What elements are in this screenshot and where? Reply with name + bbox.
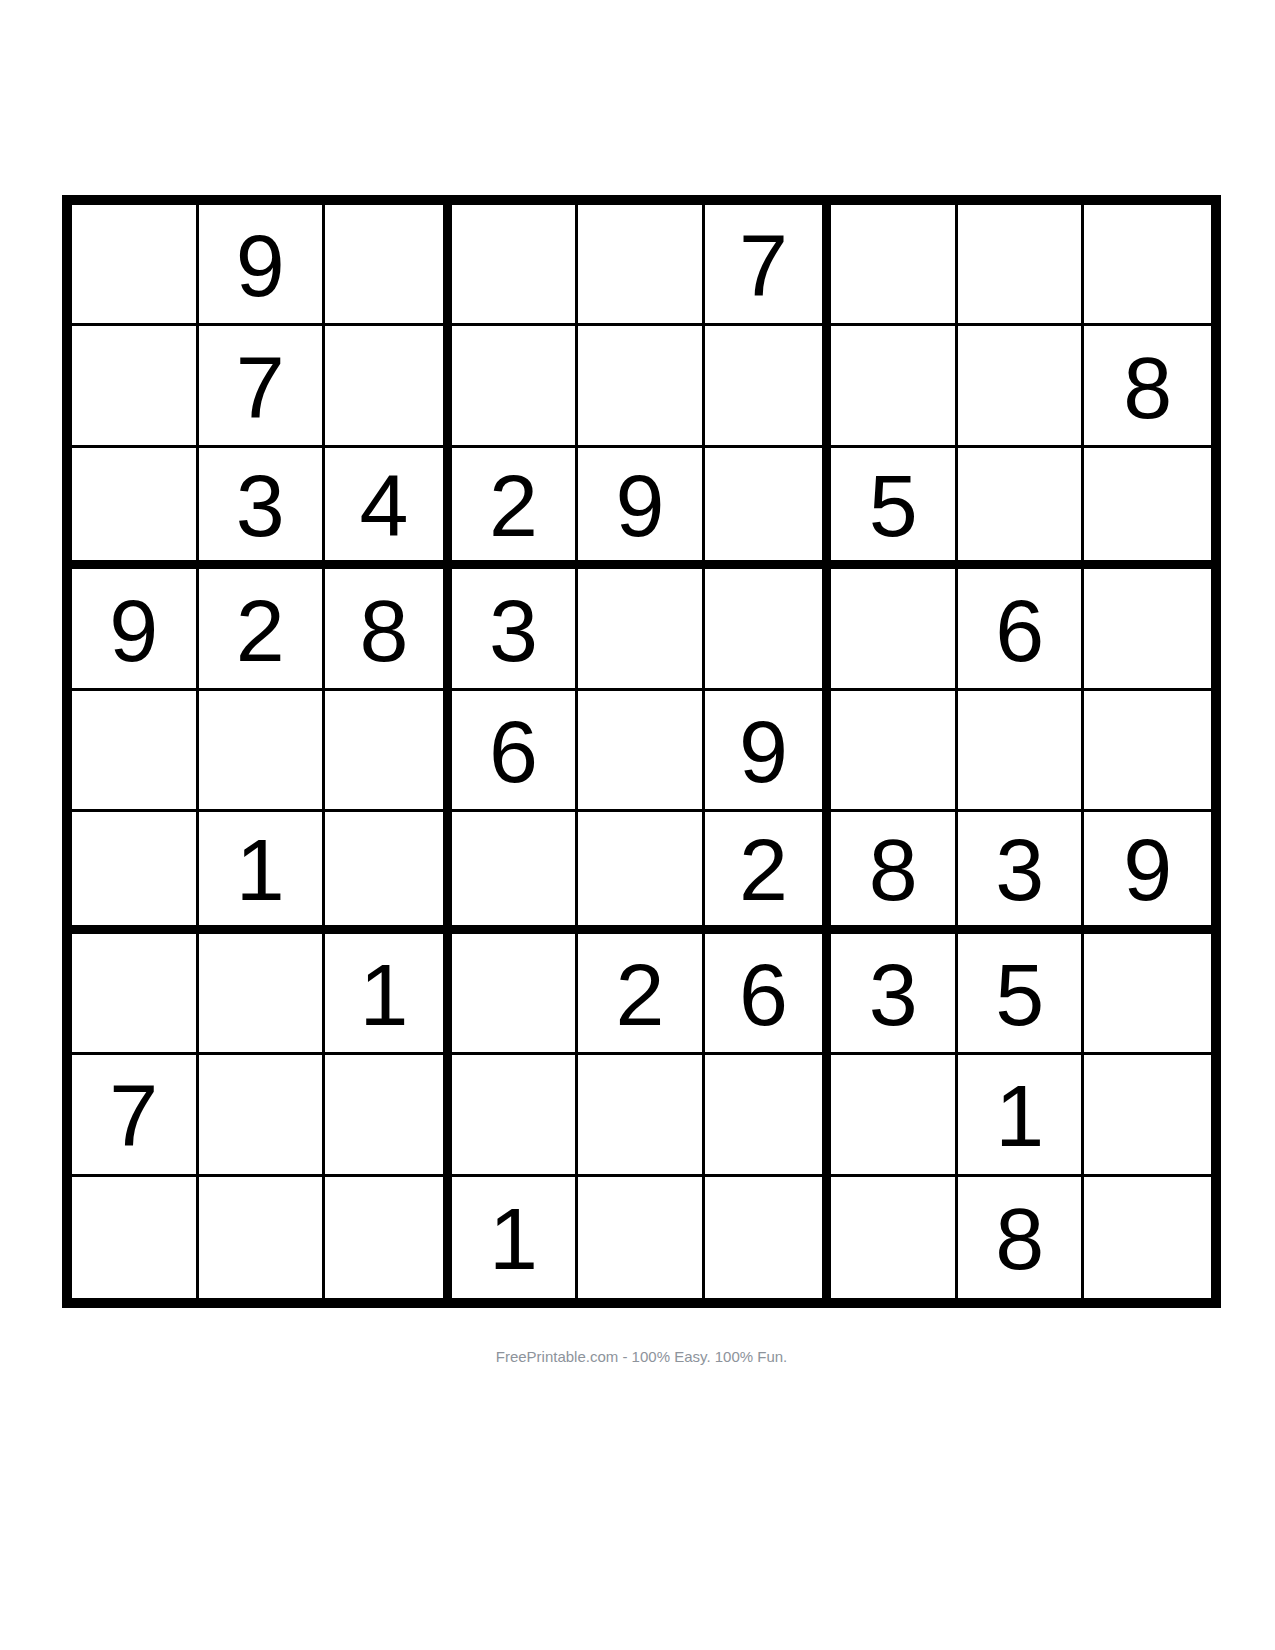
cell-r8c9[interactable] — [1084, 1055, 1211, 1176]
cell-r6c7: 8 — [831, 812, 958, 933]
cell-digit: 2 — [739, 826, 788, 914]
cell-r9c1[interactable] — [72, 1177, 199, 1298]
cell-digit: 9 — [616, 462, 665, 550]
cell-r8c1: 7 — [72, 1055, 199, 1176]
cell-r5c7[interactable] — [831, 691, 958, 812]
cell-digit: 7 — [236, 344, 285, 432]
cell-digit: 2 — [489, 462, 538, 550]
cell-r8c8: 1 — [958, 1055, 1085, 1176]
cell-digit: 1 — [995, 1072, 1044, 1160]
cell-digit: 9 — [236, 222, 285, 310]
cell-digit: 3 — [995, 826, 1044, 914]
cell-r3c1[interactable] — [72, 448, 199, 569]
cell-r6c8: 3 — [958, 812, 1085, 933]
cell-r7c5: 2 — [578, 934, 705, 1055]
cell-r4c2: 2 — [199, 569, 326, 690]
cell-r2c7[interactable] — [831, 326, 958, 447]
cell-digit: 5 — [995, 951, 1044, 1039]
cell-r4c5[interactable] — [578, 569, 705, 690]
cell-r8c2[interactable] — [199, 1055, 326, 1176]
cell-digit: 6 — [739, 951, 788, 1039]
cell-r3c2: 3 — [199, 448, 326, 569]
cell-r7c3: 1 — [325, 934, 452, 1055]
cell-r2c2: 7 — [199, 326, 326, 447]
cell-r5c8[interactable] — [958, 691, 1085, 812]
cell-r7c4[interactable] — [452, 934, 579, 1055]
cell-r2c5[interactable] — [578, 326, 705, 447]
cell-r7c2[interactable] — [199, 934, 326, 1055]
cell-r4c4: 3 — [452, 569, 579, 690]
cell-r1c3[interactable] — [325, 205, 452, 326]
cell-r6c2: 1 — [199, 812, 326, 933]
cell-r2c1[interactable] — [72, 326, 199, 447]
cell-r1c5[interactable] — [578, 205, 705, 326]
cell-digit: 6 — [489, 708, 538, 796]
footer-tagline: FreePrintable.com - 100% Easy. 100% Fun. — [496, 1348, 788, 1365]
cell-r7c7: 3 — [831, 934, 958, 1055]
cell-r5c9[interactable] — [1084, 691, 1211, 812]
cell-r7c9[interactable] — [1084, 934, 1211, 1055]
cell-r9c7[interactable] — [831, 1177, 958, 1298]
cell-r4c6[interactable] — [705, 569, 832, 690]
cell-digit: 3 — [489, 587, 538, 675]
cell-r6c3[interactable] — [325, 812, 452, 933]
cell-r3c6[interactable] — [705, 448, 832, 569]
cell-r9c4: 1 — [452, 1177, 579, 1298]
cell-r1c1[interactable] — [72, 205, 199, 326]
cell-r4c1: 9 — [72, 569, 199, 690]
cell-digit: 5 — [869, 462, 918, 550]
cell-r5c4: 6 — [452, 691, 579, 812]
cell-digit: 2 — [236, 587, 285, 675]
cell-digit: 1 — [359, 951, 408, 1039]
cell-r7c1[interactable] — [72, 934, 199, 1055]
cell-r6c9: 9 — [1084, 812, 1211, 933]
cell-r7c6: 6 — [705, 934, 832, 1055]
cell-r4c3: 8 — [325, 569, 452, 690]
cell-digit: 4 — [359, 462, 408, 550]
cell-r6c6: 2 — [705, 812, 832, 933]
cell-digit: 9 — [1123, 826, 1172, 914]
cell-digit: 7 — [109, 1072, 158, 1160]
cell-r4c9[interactable] — [1084, 569, 1211, 690]
cell-r4c7[interactable] — [831, 569, 958, 690]
sudoku-board: 977834295928366912839126357118 — [62, 195, 1221, 1308]
cell-r1c8[interactable] — [958, 205, 1085, 326]
cell-r3c3: 4 — [325, 448, 452, 569]
cell-digit: 2 — [616, 951, 665, 1039]
cell-r1c6: 7 — [705, 205, 832, 326]
cell-r1c7[interactable] — [831, 205, 958, 326]
cell-r8c7[interactable] — [831, 1055, 958, 1176]
cell-r9c8: 8 — [958, 1177, 1085, 1298]
cell-digit: 8 — [1123, 344, 1172, 432]
cell-r5c2[interactable] — [199, 691, 326, 812]
cell-r9c2[interactable] — [199, 1177, 326, 1298]
cell-digit: 3 — [236, 462, 285, 550]
cell-r4c8: 6 — [958, 569, 1085, 690]
cell-r6c4[interactable] — [452, 812, 579, 933]
cell-r3c8[interactable] — [958, 448, 1085, 569]
cell-r6c1[interactable] — [72, 812, 199, 933]
cell-r9c6[interactable] — [705, 1177, 832, 1298]
cell-r8c5[interactable] — [578, 1055, 705, 1176]
cell-r8c6[interactable] — [705, 1055, 832, 1176]
cell-r8c3[interactable] — [325, 1055, 452, 1176]
cell-r8c4[interactable] — [452, 1055, 579, 1176]
cell-digit: 9 — [109, 587, 158, 675]
cell-r5c5[interactable] — [578, 691, 705, 812]
cell-r2c6[interactable] — [705, 326, 832, 447]
cell-r3c4: 2 — [452, 448, 579, 569]
cell-r2c4[interactable] — [452, 326, 579, 447]
cell-digit: 1 — [236, 826, 285, 914]
cell-r3c9[interactable] — [1084, 448, 1211, 569]
cell-r2c3[interactable] — [325, 326, 452, 447]
cell-digit: 8 — [869, 826, 918, 914]
cell-r1c9[interactable] — [1084, 205, 1211, 326]
cell-digit: 7 — [739, 222, 788, 310]
cell-r9c3[interactable] — [325, 1177, 452, 1298]
cell-r7c8: 5 — [958, 934, 1085, 1055]
cell-r1c4[interactable] — [452, 205, 579, 326]
footer: FreePrintable.com - 100% Easy. 100% Fun. — [62, 1348, 1221, 1366]
cell-r5c1[interactable] — [72, 691, 199, 812]
cell-r5c6: 9 — [705, 691, 832, 812]
cell-r6c5[interactable] — [578, 812, 705, 933]
cell-digit: 6 — [995, 587, 1044, 675]
cell-digit: 3 — [869, 951, 918, 1039]
cell-digit: 8 — [359, 587, 408, 675]
cell-r3c7: 5 — [831, 448, 958, 569]
cell-digit: 9 — [739, 708, 788, 796]
cell-r1c2: 9 — [199, 205, 326, 326]
cell-r5c3[interactable] — [325, 691, 452, 812]
cell-digit: 8 — [995, 1195, 1044, 1283]
cell-r9c9[interactable] — [1084, 1177, 1211, 1298]
cell-digit: 1 — [489, 1195, 538, 1283]
page: 977834295928366912839126357118 FreePrint… — [0, 0, 1275, 1650]
cell-r3c5: 9 — [578, 448, 705, 569]
cell-r9c5[interactable] — [578, 1177, 705, 1298]
cell-r2c9: 8 — [1084, 326, 1211, 447]
cell-r2c8[interactable] — [958, 326, 1085, 447]
